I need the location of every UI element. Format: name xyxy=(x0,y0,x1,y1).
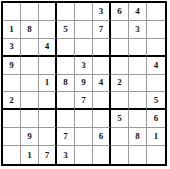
cell-r7c4[interactable] xyxy=(57,110,75,128)
cell-r2c8[interactable]: 3 xyxy=(129,21,147,39)
cell-r6c5[interactable]: 7 xyxy=(75,92,93,110)
cell-r5c3[interactable]: 1 xyxy=(39,75,57,93)
cell-r2c1[interactable]: 1 xyxy=(3,21,21,39)
cell-r7c6[interactable] xyxy=(93,110,111,128)
cell-r9c5[interactable] xyxy=(75,146,93,164)
cell-r2c9[interactable] xyxy=(147,21,165,39)
cell-r8c2[interactable]: 9 xyxy=(21,128,39,146)
cell-r9c3[interactable]: 7 xyxy=(39,146,57,164)
cell-r2c6[interactable]: 7 xyxy=(93,21,111,39)
cell-r4c2[interactable] xyxy=(21,57,39,75)
cell-r5c8[interactable] xyxy=(129,75,147,93)
cell-r4c7[interactable] xyxy=(111,57,129,75)
cell-r8c5[interactable] xyxy=(75,128,93,146)
cell-r3c1[interactable]: 3 xyxy=(3,39,21,57)
cell-r3c9[interactable] xyxy=(147,39,165,57)
cell-r2c7[interactable] xyxy=(111,21,129,39)
cell-r6c9[interactable]: 5 xyxy=(147,92,165,110)
cell-r5c2[interactable] xyxy=(21,75,39,93)
cell-r6c1[interactable]: 2 xyxy=(3,92,21,110)
cell-r8c8[interactable]: 8 xyxy=(129,128,147,146)
cell-r4c4[interactable] xyxy=(57,57,75,75)
cell-r9c7[interactable] xyxy=(111,146,129,164)
cell-r1c3[interactable] xyxy=(39,3,57,21)
cell-r8c6[interactable]: 6 xyxy=(93,128,111,146)
cell-r5c7[interactable]: 2 xyxy=(111,75,129,93)
cell-r8c9[interactable]: 1 xyxy=(147,128,165,146)
cell-r3c3[interactable]: 4 xyxy=(39,39,57,57)
sudoku-page: 3641857334934189422755697681173 xyxy=(0,0,170,167)
cell-r3c5[interactable] xyxy=(75,39,93,57)
cell-r8c4[interactable]: 7 xyxy=(57,128,75,146)
cell-r5c6[interactable]: 4 xyxy=(93,75,111,93)
cell-r1c2[interactable] xyxy=(21,3,39,21)
cell-r3c4[interactable] xyxy=(57,39,75,57)
cell-r3c6[interactable] xyxy=(93,39,111,57)
cell-r1c1[interactable] xyxy=(3,3,21,21)
cell-r2c3[interactable] xyxy=(39,21,57,39)
cell-r1c4[interactable] xyxy=(57,3,75,21)
cell-r9c9[interactable] xyxy=(147,146,165,164)
cell-r6c6[interactable] xyxy=(93,92,111,110)
cell-r6c7[interactable] xyxy=(111,92,129,110)
cell-r9c1[interactable] xyxy=(3,146,21,164)
cell-r4c5[interactable]: 3 xyxy=(75,57,93,75)
cell-r7c1[interactable] xyxy=(3,110,21,128)
cell-r6c8[interactable] xyxy=(129,92,147,110)
cell-r9c6[interactable] xyxy=(93,146,111,164)
cell-r5c4[interactable]: 8 xyxy=(57,75,75,93)
cell-r8c3[interactable] xyxy=(39,128,57,146)
cell-r5c5[interactable]: 9 xyxy=(75,75,93,93)
cell-r4c6[interactable] xyxy=(93,57,111,75)
cell-r2c2[interactable]: 8 xyxy=(21,21,39,39)
cell-r1c9[interactable] xyxy=(147,3,165,21)
cell-r5c9[interactable] xyxy=(147,75,165,93)
cell-r1c8[interactable]: 4 xyxy=(129,3,147,21)
cell-r3c8[interactable] xyxy=(129,39,147,57)
cell-r3c7[interactable] xyxy=(111,39,129,57)
cell-r7c5[interactable] xyxy=(75,110,93,128)
cell-r7c2[interactable] xyxy=(21,110,39,128)
cell-r8c1[interactable] xyxy=(3,128,21,146)
cell-r4c9[interactable]: 4 xyxy=(147,57,165,75)
sudoku-board: 3641857334934189422755697681173 xyxy=(1,1,167,166)
cell-r7c9[interactable]: 6 xyxy=(147,110,165,128)
cell-r6c4[interactable] xyxy=(57,92,75,110)
cell-r7c8[interactable] xyxy=(129,110,147,128)
cell-r1c6[interactable]: 3 xyxy=(93,3,111,21)
cell-r9c2[interactable]: 1 xyxy=(21,146,39,164)
cell-r1c5[interactable] xyxy=(75,3,93,21)
cell-r7c7[interactable]: 5 xyxy=(111,110,129,128)
cell-r8c7[interactable] xyxy=(111,128,129,146)
cell-r1c7[interactable]: 6 xyxy=(111,3,129,21)
cell-r4c8[interactable] xyxy=(129,57,147,75)
cell-r6c2[interactable] xyxy=(21,92,39,110)
cell-r2c5[interactable] xyxy=(75,21,93,39)
cell-r4c3[interactable] xyxy=(39,57,57,75)
cell-r9c4[interactable]: 3 xyxy=(57,146,75,164)
cell-r9c8[interactable] xyxy=(129,146,147,164)
cell-r6c3[interactable] xyxy=(39,92,57,110)
cell-r2c4[interactable]: 5 xyxy=(57,21,75,39)
cell-r5c1[interactable] xyxy=(3,75,21,93)
cell-r7c3[interactable] xyxy=(39,110,57,128)
cell-r3c2[interactable] xyxy=(21,39,39,57)
cell-r4c1[interactable]: 9 xyxy=(3,57,21,75)
